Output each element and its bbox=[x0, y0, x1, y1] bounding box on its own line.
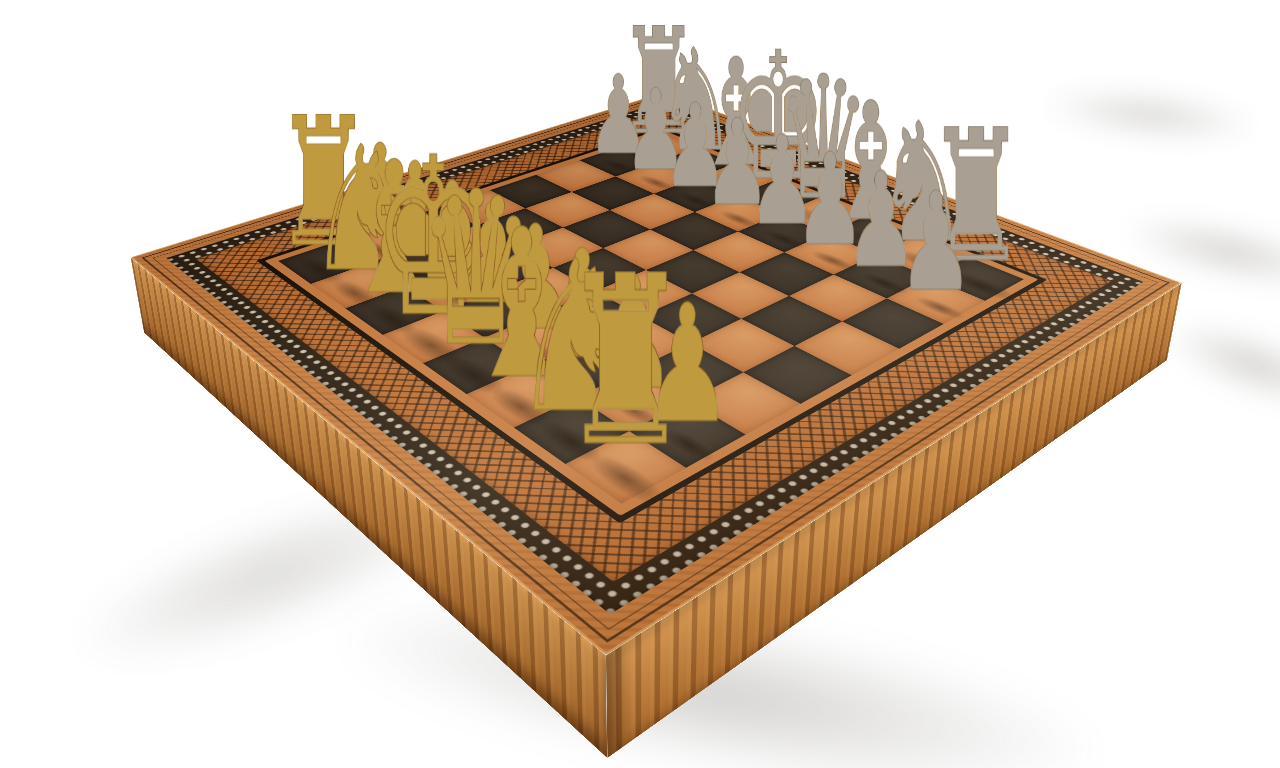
chess-board-case: ♜♞♝♚♛♝♞♜♟♟♟♟♟♟♟♟♟♟♟♟♟♟♟♟♜♞♝♚♛♝♞♜ bbox=[130, 92, 1181, 655]
perspective-stage: ♜♞♝♚♛♝♞♜♟♟♟♟♟♟♟♟♟♟♟♟♟♟♟♟♜♞♝♚♛♝♞♜ bbox=[0, 0, 1280, 768]
pawn-glyph: ♟ bbox=[865, 174, 1008, 310]
rook-glyph: ♜ bbox=[537, 245, 714, 479]
chess-set-product-photo: ♜♞♝♚♛♝♞♜♟♟♟♟♟♟♟♟♟♟♟♟♟♟♟♟♜♞♝♚♛♝♞♜ bbox=[0, 0, 1280, 768]
